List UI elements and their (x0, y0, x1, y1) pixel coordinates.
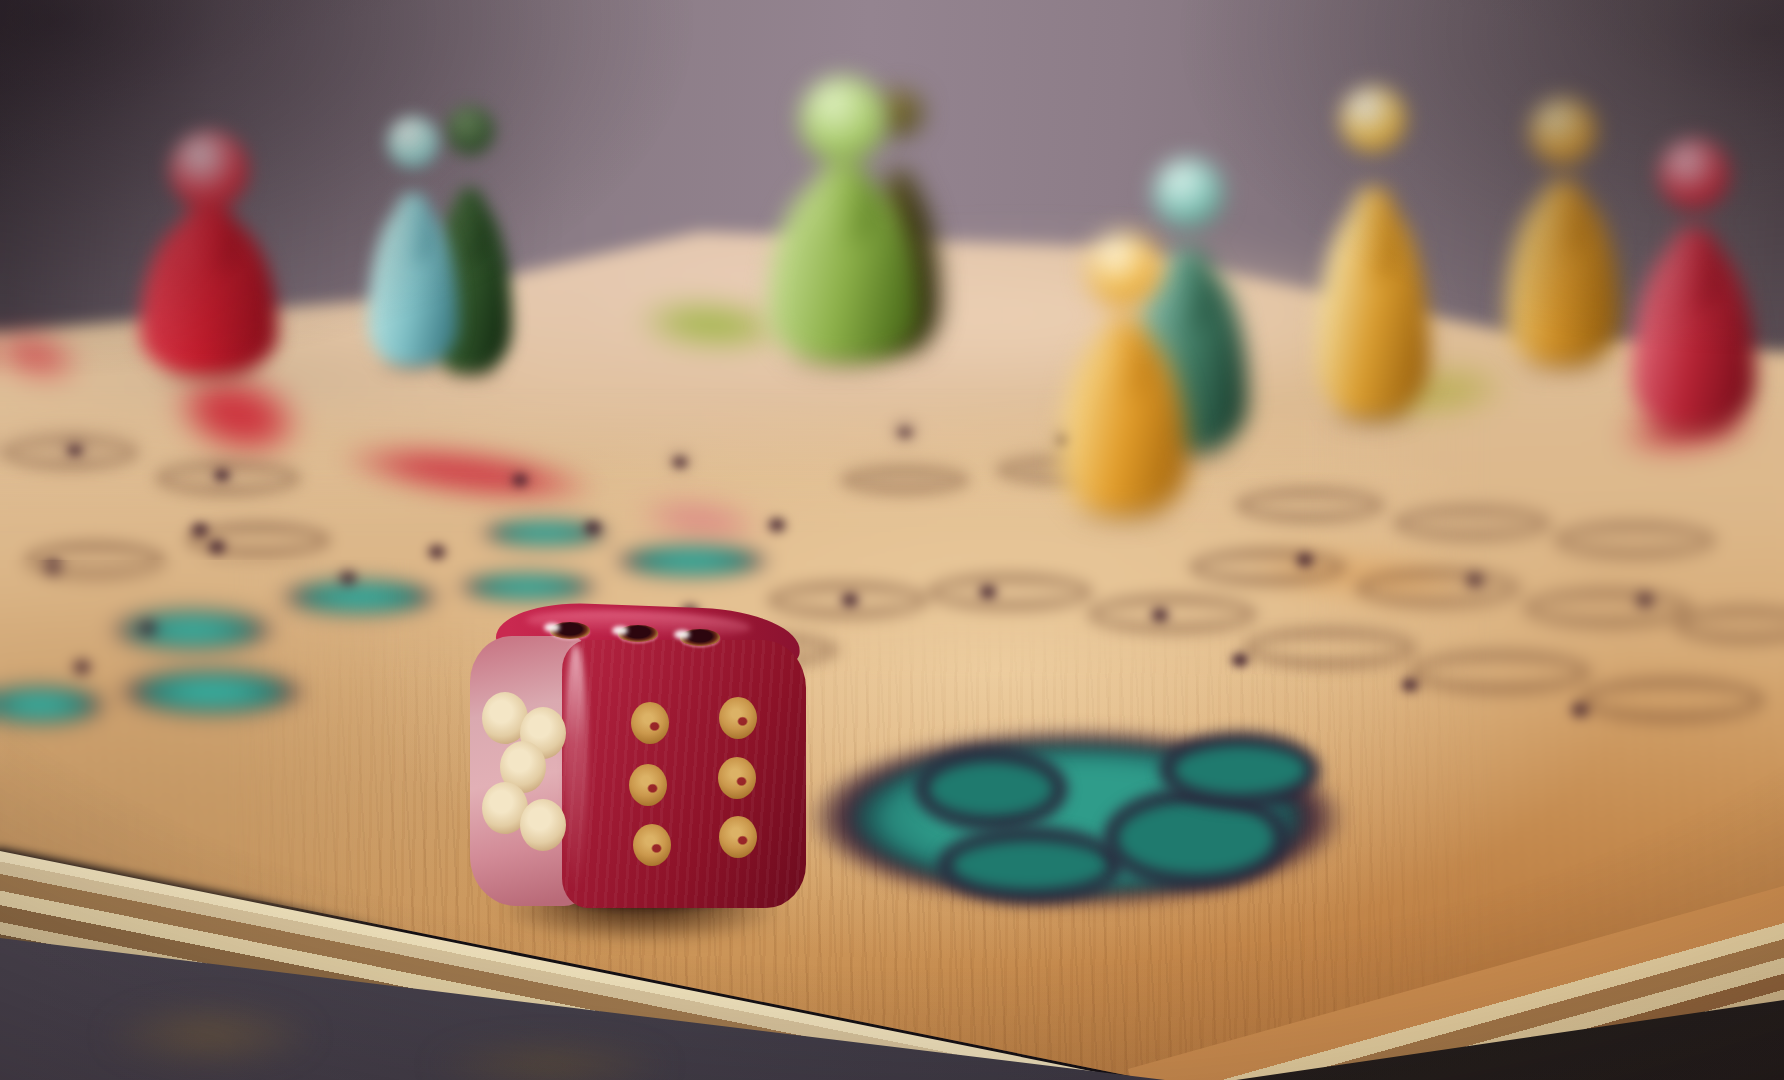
track-dot (338, 570, 358, 586)
cloth-pattern-blob (380, 1030, 720, 1080)
track-dot (190, 522, 210, 538)
track-dot (670, 454, 690, 470)
die-pip-glint (544, 623, 560, 632)
track-dot (1295, 552, 1315, 568)
pawn-neck (1097, 318, 1151, 399)
ludo-board-photo (0, 0, 1784, 1080)
track-ring (928, 574, 1092, 610)
pawn-head (1340, 86, 1406, 152)
track-dot (72, 659, 92, 675)
die-pip-six (633, 824, 671, 866)
track-dot (427, 544, 447, 560)
track-dot (1230, 652, 1250, 668)
die-pip-six (718, 757, 756, 799)
pawn-neck (1668, 227, 1720, 310)
die-face-six (562, 640, 806, 908)
track-dot (43, 559, 63, 575)
track-dot (895, 424, 915, 440)
track-dot (1570, 702, 1590, 718)
track-dot (978, 584, 998, 600)
teal-track-circle (608, 543, 776, 579)
die-pip-six (719, 697, 757, 739)
pawn-neck (1349, 187, 1397, 282)
track-ring (841, 466, 969, 494)
track-ring (1394, 506, 1550, 540)
track-dot (207, 539, 227, 555)
pawn-teal-left[interactable] (368, 116, 458, 371)
pawn-head (1087, 232, 1161, 306)
die-pip-five (520, 799, 566, 851)
track-dot (510, 472, 530, 488)
die-pip-glint (674, 630, 690, 639)
track-dot (767, 517, 787, 533)
die-edge-highlight (564, 644, 588, 892)
track-ring (1555, 522, 1715, 558)
track-dot (138, 620, 158, 636)
pawn-green-center[interactable] (768, 76, 918, 368)
track-dot (1465, 572, 1485, 588)
pawn-neck (1539, 180, 1587, 256)
pawn-head (387, 116, 439, 168)
pawn-head (1153, 158, 1223, 228)
pawn-head (1530, 98, 1596, 164)
track-ring (1190, 549, 1346, 585)
teal-track-circle (105, 607, 281, 653)
track-ring (1088, 595, 1256, 633)
pawn-neck (394, 193, 432, 264)
track-dot (1400, 677, 1420, 693)
pawn-yellow-far-right[interactable] (1506, 98, 1620, 370)
pawn-red-left[interactable] (140, 130, 278, 380)
track-dot (583, 520, 603, 536)
red-die[interactable] (468, 606, 808, 911)
track-dot (212, 467, 232, 483)
track-ring (1236, 488, 1384, 522)
pawn-neck (180, 205, 238, 275)
die-pip-six (631, 702, 669, 744)
die-pip-six (629, 764, 667, 806)
track-dot (65, 442, 85, 458)
goal-inner-circle (915, 748, 1067, 830)
goal-inner-circle (938, 827, 1122, 903)
teal-track-circle (274, 577, 446, 617)
pawn-head (169, 130, 249, 210)
goal-inner-circle (1160, 732, 1320, 808)
track-dot (1150, 607, 1170, 623)
pawn-head (800, 76, 887, 163)
track-ring (1244, 628, 1416, 668)
track-dot (1635, 592, 1655, 608)
teal-track-circle (112, 666, 312, 718)
track-dot (840, 592, 860, 608)
track-ring (1356, 569, 1520, 607)
teal-track-circle (452, 571, 604, 603)
pawn-red-right[interactable] (1632, 138, 1756, 436)
die-pip-glint (612, 626, 628, 635)
pawn-yellow-mid[interactable] (1060, 232, 1188, 520)
die-pip-six (719, 816, 757, 858)
pawn-neck (812, 164, 875, 246)
pawn-yellow-right[interactable] (1316, 86, 1430, 424)
cloth-pattern-blob (60, 990, 360, 1080)
pawn-head (1658, 138, 1730, 210)
track-ring (1580, 678, 1764, 722)
track-ring (1410, 651, 1590, 693)
track-ring (1524, 589, 1692, 627)
